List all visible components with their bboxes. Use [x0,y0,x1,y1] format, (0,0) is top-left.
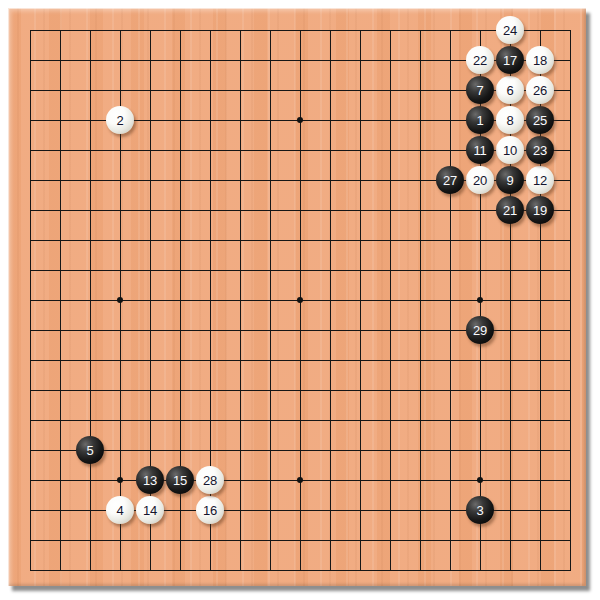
stone-move-19: 19 [526,196,554,224]
star-point [297,477,303,483]
stone-move-11: 11 [466,136,494,164]
stone-move-23: 23 [526,136,554,164]
stone-move-4: 4 [106,496,134,524]
stone-move-15: 15 [166,466,194,494]
stone-move-7: 7 [466,76,494,104]
stone-move-2: 2 [106,106,134,134]
stone-move-9: 9 [496,166,524,194]
stone-move-17: 17 [496,46,524,74]
star-point [297,117,303,123]
star-point [297,297,303,303]
stone-move-21: 21 [496,196,524,224]
stone-move-18: 18 [526,46,554,74]
star-point [477,477,483,483]
go-board[interactable]: 1234567891011121314151617181920212223242… [8,8,586,586]
star-point [117,297,123,303]
stone-move-13: 13 [136,466,164,494]
star-point [117,477,123,483]
stone-move-14: 14 [136,496,164,524]
stone-move-20: 20 [466,166,494,194]
stone-move-6: 6 [496,76,524,104]
star-point [477,297,483,303]
stone-move-26: 26 [526,76,554,104]
stone-move-16: 16 [196,496,224,524]
stone-move-8: 8 [496,106,524,134]
page: { "game": "go", "board": { "size": 19, "… [0,0,600,600]
stone-move-10: 10 [496,136,524,164]
stone-move-3: 3 [466,496,494,524]
stone-move-5: 5 [76,436,104,464]
stone-move-24: 24 [496,16,524,44]
stone-move-29: 29 [466,316,494,344]
stone-move-1: 1 [466,106,494,134]
stone-move-12: 12 [526,166,554,194]
stone-move-25: 25 [526,106,554,134]
stone-move-27: 27 [436,166,464,194]
stone-move-22: 22 [466,46,494,74]
stone-move-28: 28 [196,466,224,494]
